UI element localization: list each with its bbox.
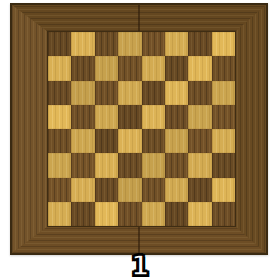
square-f2[interactable] [165, 178, 188, 202]
square-a5[interactable] [48, 105, 71, 129]
square-f5[interactable] [165, 105, 188, 129]
product-photo-scene: 1 [0, 0, 280, 280]
square-g4[interactable] [188, 129, 211, 153]
square-d7[interactable] [118, 56, 141, 80]
board-fold-seam-bottom [138, 226, 140, 253]
square-d2[interactable] [118, 178, 141, 202]
square-d6[interactable] [118, 81, 141, 105]
square-h7[interactable] [212, 56, 235, 80]
square-c6[interactable] [95, 81, 118, 105]
square-b4[interactable] [71, 129, 94, 153]
square-e2[interactable] [142, 178, 165, 202]
board-fold-seam-top [138, 5, 140, 32]
caption-number: 1 [0, 253, 280, 280]
square-a8[interactable] [48, 32, 71, 56]
square-g7[interactable] [188, 56, 211, 80]
square-b3[interactable] [71, 153, 94, 177]
square-h3[interactable] [212, 153, 235, 177]
square-d3[interactable] [118, 153, 141, 177]
square-f3[interactable] [165, 153, 188, 177]
square-a6[interactable] [48, 81, 71, 105]
square-d4[interactable] [118, 129, 141, 153]
square-a7[interactable] [48, 56, 71, 80]
square-a4[interactable] [48, 129, 71, 153]
square-f4[interactable] [165, 129, 188, 153]
square-e8[interactable] [142, 32, 165, 56]
square-a1[interactable] [48, 202, 71, 226]
square-a3[interactable] [48, 153, 71, 177]
square-e6[interactable] [142, 81, 165, 105]
square-f8[interactable] [165, 32, 188, 56]
square-e7[interactable] [142, 56, 165, 80]
square-d1[interactable] [118, 202, 141, 226]
square-b6[interactable] [71, 81, 94, 105]
square-c4[interactable] [95, 129, 118, 153]
square-e4[interactable] [142, 129, 165, 153]
square-d5[interactable] [118, 105, 141, 129]
square-e1[interactable] [142, 202, 165, 226]
square-g6[interactable] [188, 81, 211, 105]
square-h5[interactable] [212, 105, 235, 129]
square-e3[interactable] [142, 153, 165, 177]
square-g8[interactable] [188, 32, 211, 56]
square-g3[interactable] [188, 153, 211, 177]
square-e5[interactable] [142, 105, 165, 129]
board-grid [48, 32, 235, 226]
square-c5[interactable] [95, 105, 118, 129]
square-b7[interactable] [71, 56, 94, 80]
square-b5[interactable] [71, 105, 94, 129]
square-c1[interactable] [95, 202, 118, 226]
square-h2[interactable] [212, 178, 235, 202]
square-h4[interactable] [212, 129, 235, 153]
square-c2[interactable] [95, 178, 118, 202]
square-b2[interactable] [71, 178, 94, 202]
square-b1[interactable] [71, 202, 94, 226]
square-g1[interactable] [188, 202, 211, 226]
square-f1[interactable] [165, 202, 188, 226]
square-g5[interactable] [188, 105, 211, 129]
square-g2[interactable] [188, 178, 211, 202]
square-h1[interactable] [212, 202, 235, 226]
square-d8[interactable] [118, 32, 141, 56]
square-h8[interactable] [212, 32, 235, 56]
square-a2[interactable] [48, 178, 71, 202]
square-h6[interactable] [212, 81, 235, 105]
square-c8[interactable] [95, 32, 118, 56]
square-c7[interactable] [95, 56, 118, 80]
square-f6[interactable] [165, 81, 188, 105]
square-c3[interactable] [95, 153, 118, 177]
chess-board [10, 3, 268, 255]
square-b8[interactable] [71, 32, 94, 56]
square-f7[interactable] [165, 56, 188, 80]
